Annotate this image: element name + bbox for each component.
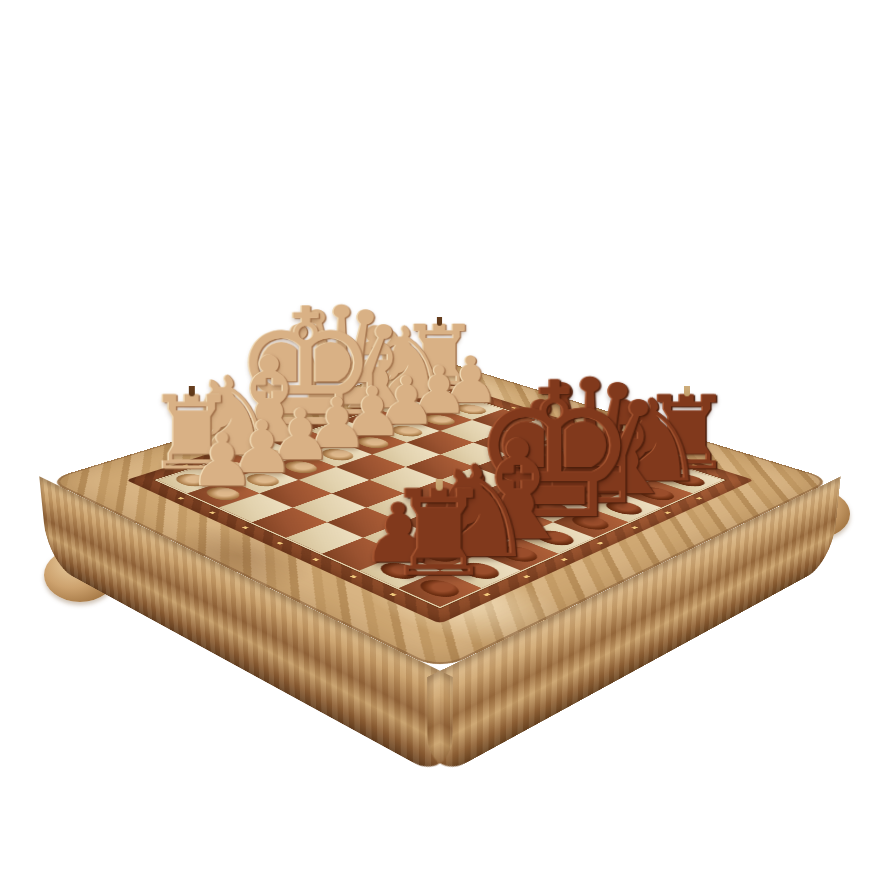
white-pawn-h2[interactable]: ♟ <box>110 426 335 494</box>
black-rook-h8[interactable]: ♜ <box>311 479 568 589</box>
ash-frame-top: ♜♟♟♜♞♟♟♞♝♟♟♝♛♟♟♛♚♟♟♚♝♟♟♝♞♟♟♞♜♟♟♜ <box>47 360 833 671</box>
product-photo-scene: ♜♟♟♜♞♟♟♞♝♟♟♝♛♟♟♛♚♟♟♚♝♟♟♝♞♟♟♞♜♟♟♜ <box>0 0 880 880</box>
chess-board-3d: ♜♟♟♜♞♟♟♞♝♟♟♝♛♟♟♛♚♟♟♚♝♟♟♝♞♟♟♞♜♟♟♜ <box>47 360 833 671</box>
